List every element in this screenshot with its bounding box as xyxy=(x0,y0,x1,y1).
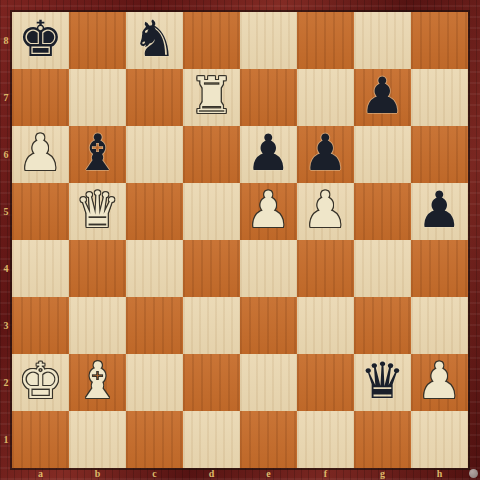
rank-label-4: 4 xyxy=(0,240,12,297)
square-a2[interactable]: ♚ xyxy=(12,354,69,411)
square-g3[interactable] xyxy=(354,297,411,354)
square-a5[interactable] xyxy=(12,183,69,240)
square-f3[interactable] xyxy=(297,297,354,354)
file-label-h: h xyxy=(411,467,468,480)
black-knight: ♞ xyxy=(132,14,177,64)
square-h5[interactable]: ♟ xyxy=(411,183,468,240)
square-f7[interactable] xyxy=(297,69,354,126)
square-h8[interactable] xyxy=(411,12,468,69)
square-c7[interactable] xyxy=(126,69,183,126)
square-e4[interactable] xyxy=(240,240,297,297)
square-a4[interactable] xyxy=(12,240,69,297)
square-g2[interactable]: ♛ xyxy=(354,354,411,411)
square-e6[interactable]: ♟ xyxy=(240,126,297,183)
white-pawn: ♟ xyxy=(303,185,348,235)
board-frame: 87654321 ♚♞♜♟♟♝♟♟♛♟♟♟♚♝♛♟ abcdefgh xyxy=(0,0,480,480)
rank-labels: 87654321 xyxy=(0,12,12,468)
file-label-a: a xyxy=(12,467,69,480)
square-h2[interactable]: ♟ xyxy=(411,354,468,411)
rank-label-3: 3 xyxy=(0,297,12,354)
square-f8[interactable] xyxy=(297,12,354,69)
square-f6[interactable]: ♟ xyxy=(297,126,354,183)
square-a7[interactable] xyxy=(12,69,69,126)
square-c1[interactable] xyxy=(126,411,183,468)
square-c8[interactable]: ♞ xyxy=(126,12,183,69)
square-d6[interactable] xyxy=(183,126,240,183)
rank-label-7: 7 xyxy=(0,69,12,126)
square-g4[interactable] xyxy=(354,240,411,297)
rank-label-6: 6 xyxy=(0,126,12,183)
rank-label-2: 2 xyxy=(0,354,12,411)
file-label-c: c xyxy=(126,467,183,480)
white-queen: ♛ xyxy=(75,185,120,235)
square-c4[interactable] xyxy=(126,240,183,297)
square-g6[interactable] xyxy=(354,126,411,183)
file-label-f: f xyxy=(297,467,354,480)
rank-label-8: 8 xyxy=(0,12,12,69)
square-b4[interactable] xyxy=(69,240,126,297)
square-b5[interactable]: ♛ xyxy=(69,183,126,240)
white-pawn: ♟ xyxy=(417,356,462,406)
square-b7[interactable] xyxy=(69,69,126,126)
square-a1[interactable] xyxy=(12,411,69,468)
rank-label-5: 5 xyxy=(0,183,12,240)
black-pawn: ♟ xyxy=(303,128,348,178)
square-h7[interactable] xyxy=(411,69,468,126)
square-b8[interactable] xyxy=(69,12,126,69)
white-king: ♚ xyxy=(18,356,63,406)
square-e7[interactable] xyxy=(240,69,297,126)
corner-watermark-dot xyxy=(469,469,478,478)
square-d2[interactable] xyxy=(183,354,240,411)
white-pawn: ♟ xyxy=(246,185,291,235)
file-label-d: d xyxy=(183,467,240,480)
black-pawn: ♟ xyxy=(417,185,462,235)
square-h3[interactable] xyxy=(411,297,468,354)
white-rook: ♜ xyxy=(189,71,234,121)
square-d5[interactable] xyxy=(183,183,240,240)
square-e2[interactable] xyxy=(240,354,297,411)
square-b6[interactable]: ♝ xyxy=(69,126,126,183)
square-c2[interactable] xyxy=(126,354,183,411)
white-bishop: ♝ xyxy=(75,356,120,406)
square-f2[interactable] xyxy=(297,354,354,411)
square-e3[interactable] xyxy=(240,297,297,354)
square-c6[interactable] xyxy=(126,126,183,183)
square-d1[interactable] xyxy=(183,411,240,468)
square-b2[interactable]: ♝ xyxy=(69,354,126,411)
square-a6[interactable]: ♟ xyxy=(12,126,69,183)
black-queen: ♛ xyxy=(360,356,405,406)
black-bishop: ♝ xyxy=(75,128,120,178)
black-pawn: ♟ xyxy=(360,71,405,121)
square-a8[interactable]: ♚ xyxy=(12,12,69,69)
black-pawn: ♟ xyxy=(246,128,291,178)
chess-board: ♚♞♜♟♟♝♟♟♛♟♟♟♚♝♛♟ xyxy=(12,12,468,468)
white-pawn: ♟ xyxy=(18,128,63,178)
file-labels: abcdefgh xyxy=(12,467,468,480)
square-h6[interactable] xyxy=(411,126,468,183)
square-b1[interactable] xyxy=(69,411,126,468)
rank-label-1: 1 xyxy=(0,411,12,468)
square-e1[interactable] xyxy=(240,411,297,468)
black-king: ♚ xyxy=(18,14,63,64)
square-e8[interactable] xyxy=(240,12,297,69)
square-c5[interactable] xyxy=(126,183,183,240)
file-label-g: g xyxy=(354,467,411,480)
square-e5[interactable]: ♟ xyxy=(240,183,297,240)
file-label-b: b xyxy=(69,467,126,480)
square-h1[interactable] xyxy=(411,411,468,468)
square-g7[interactable]: ♟ xyxy=(354,69,411,126)
square-d7[interactable]: ♜ xyxy=(183,69,240,126)
square-b3[interactable] xyxy=(69,297,126,354)
square-h4[interactable] xyxy=(411,240,468,297)
square-g1[interactable] xyxy=(354,411,411,468)
file-label-e: e xyxy=(240,467,297,480)
square-g5[interactable] xyxy=(354,183,411,240)
square-f1[interactable] xyxy=(297,411,354,468)
square-f5[interactable]: ♟ xyxy=(297,183,354,240)
square-f4[interactable] xyxy=(297,240,354,297)
square-d8[interactable] xyxy=(183,12,240,69)
square-g8[interactable] xyxy=(354,12,411,69)
square-a3[interactable] xyxy=(12,297,69,354)
square-d4[interactable] xyxy=(183,240,240,297)
square-c3[interactable] xyxy=(126,297,183,354)
square-d3[interactable] xyxy=(183,297,240,354)
